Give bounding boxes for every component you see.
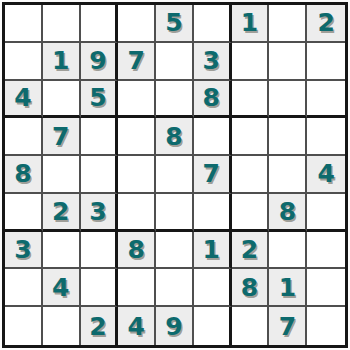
given-digit: 7 [128, 48, 145, 73]
given-digit: 8 [14, 161, 31, 186]
cell-r7c6[interactable]: 1 [194, 232, 232, 270]
cell-r3c8[interactable] [269, 81, 307, 119]
cell-r1c8[interactable] [269, 5, 307, 43]
sudoku-board: 51219734587887423838124812497 [2, 2, 348, 348]
cell-r3c4[interactable] [118, 81, 156, 119]
cell-r4c3[interactable] [81, 118, 119, 156]
cell-r6c2[interactable]: 2 [43, 194, 81, 232]
cell-r2c6[interactable]: 3 [194, 43, 232, 81]
cell-r9c1[interactable] [5, 307, 43, 345]
given-digit: 2 [241, 237, 258, 262]
cell-r7c5[interactable] [156, 232, 194, 270]
given-digit: 5 [89, 85, 106, 110]
cell-r4c6[interactable] [194, 118, 232, 156]
given-digit: 2 [89, 314, 106, 339]
cell-r8c2[interactable]: 4 [43, 269, 81, 307]
cell-r8c5[interactable] [156, 269, 194, 307]
cell-r9c2[interactable] [43, 307, 81, 345]
cell-r6c9[interactable] [307, 194, 345, 232]
cell-r5c6[interactable]: 7 [194, 156, 232, 194]
cell-r1c2[interactable] [43, 5, 81, 43]
cell-r9c5[interactable]: 9 [156, 307, 194, 345]
cell-r1c5[interactable]: 5 [156, 5, 194, 43]
cell-r6c1[interactable] [5, 194, 43, 232]
given-digit: 1 [279, 275, 296, 300]
given-digit: 7 [279, 314, 296, 339]
cell-r4c5[interactable]: 8 [156, 118, 194, 156]
cell-r7c7[interactable]: 2 [232, 232, 270, 270]
given-digit: 4 [14, 85, 31, 110]
cell-r4c9[interactable] [307, 118, 345, 156]
cell-r1c6[interactable] [194, 5, 232, 43]
cell-r8c8[interactable]: 1 [269, 269, 307, 307]
cell-r6c8[interactable]: 8 [269, 194, 307, 232]
given-digit: 2 [317, 10, 334, 35]
cell-r8c9[interactable] [307, 269, 345, 307]
cell-r8c4[interactable] [118, 269, 156, 307]
given-digit: 8 [279, 199, 296, 224]
cell-r3c3[interactable]: 5 [81, 81, 119, 119]
cell-r3c9[interactable] [307, 81, 345, 119]
given-digit: 4 [317, 161, 334, 186]
cell-r1c1[interactable] [5, 5, 43, 43]
given-digit: 4 [128, 314, 145, 339]
given-digit: 3 [89, 199, 106, 224]
cell-r1c4[interactable] [118, 5, 156, 43]
cell-r8c6[interactable] [194, 269, 232, 307]
cell-r2c5[interactable] [156, 43, 194, 81]
given-digit: 8 [165, 124, 182, 149]
given-digit: 7 [52, 124, 69, 149]
given-digit: 1 [52, 48, 69, 73]
cell-r3c1[interactable]: 4 [5, 81, 43, 119]
cell-r7c3[interactable] [81, 232, 119, 270]
cell-r1c9[interactable]: 2 [307, 5, 345, 43]
cell-r9c6[interactable] [194, 307, 232, 345]
cell-r5c2[interactable] [43, 156, 81, 194]
cell-r2c9[interactable] [307, 43, 345, 81]
cell-r2c8[interactable] [269, 43, 307, 81]
given-digit: 7 [203, 161, 220, 186]
given-digit: 3 [14, 237, 31, 262]
given-digit: 3 [203, 48, 220, 73]
cell-r7c8[interactable] [269, 232, 307, 270]
cell-r5c5[interactable] [156, 156, 194, 194]
cell-r1c3[interactable] [81, 5, 119, 43]
cell-r3c6[interactable]: 8 [194, 81, 232, 119]
cell-r6c7[interactable] [232, 194, 270, 232]
given-digit: 5 [165, 10, 182, 35]
cell-r7c1[interactable]: 3 [5, 232, 43, 270]
cell-r5c7[interactable] [232, 156, 270, 194]
cell-r4c1[interactable] [5, 118, 43, 156]
cell-r8c7[interactable]: 8 [232, 269, 270, 307]
cell-r9c4[interactable]: 4 [118, 307, 156, 345]
cell-r4c7[interactable] [232, 118, 270, 156]
cell-r5c4[interactable] [118, 156, 156, 194]
cell-r7c9[interactable] [307, 232, 345, 270]
given-digit: 9 [165, 314, 182, 339]
cell-r1c7[interactable]: 1 [232, 5, 270, 43]
cell-r5c3[interactable] [81, 156, 119, 194]
cell-r5c8[interactable] [269, 156, 307, 194]
cell-r6c4[interactable] [118, 194, 156, 232]
cell-r8c1[interactable] [5, 269, 43, 307]
given-digit: 1 [241, 10, 258, 35]
cell-r6c6[interactable] [194, 194, 232, 232]
cell-r9c9[interactable] [307, 307, 345, 345]
given-digit: 2 [52, 199, 69, 224]
cell-r7c4[interactable]: 8 [118, 232, 156, 270]
cell-r6c3[interactable]: 3 [81, 194, 119, 232]
cell-r9c7[interactable] [232, 307, 270, 345]
given-digit: 1 [203, 237, 220, 262]
cell-r4c2[interactable]: 7 [43, 118, 81, 156]
cell-r2c4[interactable]: 7 [118, 43, 156, 81]
cell-r3c7[interactable] [232, 81, 270, 119]
given-digit: 8 [203, 85, 220, 110]
cell-r2c1[interactable] [5, 43, 43, 81]
cell-r2c2[interactable]: 1 [43, 43, 81, 81]
cell-r4c4[interactable] [118, 118, 156, 156]
cell-r7c2[interactable] [43, 232, 81, 270]
cell-r8c3[interactable] [81, 269, 119, 307]
cell-r9c8[interactable]: 7 [269, 307, 307, 345]
given-digit: 4 [52, 275, 69, 300]
given-digit: 8 [241, 275, 258, 300]
cell-r3c5[interactable] [156, 81, 194, 119]
cell-r5c1[interactable]: 8 [5, 156, 43, 194]
given-digit: 8 [128, 237, 145, 262]
sudoku-grid: 51219734587887423838124812497 [5, 5, 345, 345]
cell-r2c3[interactable]: 9 [81, 43, 119, 81]
cell-r3c2[interactable] [43, 81, 81, 119]
cell-r2c7[interactable] [232, 43, 270, 81]
cell-r6c5[interactable] [156, 194, 194, 232]
cell-r5c9[interactable]: 4 [307, 156, 345, 194]
given-digit: 9 [89, 48, 106, 73]
cell-r4c8[interactable] [269, 118, 307, 156]
cell-r9c3[interactable]: 2 [81, 307, 119, 345]
